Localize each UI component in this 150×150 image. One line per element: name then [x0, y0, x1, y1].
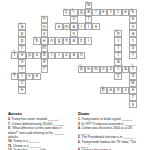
grid-cell[interactable]: a [70, 23, 77, 30]
grid-cell[interactable]: a6 [18, 23, 25, 30]
grid-cell[interactable]: e [100, 9, 107, 16]
grid-cell[interactable]: b [41, 52, 48, 59]
clue-number: 9 [35, 38, 36, 41]
grid-cell[interactable]: n [129, 23, 136, 30]
grid-cell[interactable]: m [63, 23, 70, 30]
grid-cell[interactable]: d11 [78, 66, 85, 73]
grid-cell[interactable]: a [122, 66, 129, 73]
clue-lists: Across 2. Trump has never smoked ______.… [8, 111, 149, 150]
grid-cell[interactable]: l [48, 52, 55, 59]
grid-cell[interactable]: m [41, 45, 48, 52]
grid-cell[interactable]: a [129, 30, 136, 37]
grid-cell[interactable]: u [33, 52, 40, 59]
clue-number: 4 [131, 10, 132, 13]
grid-cell[interactable]: c [18, 80, 25, 87]
grid-cell[interactable]: r [114, 66, 121, 73]
grid-cell[interactable]: s [92, 23, 99, 30]
grid-cell[interactable]: i [85, 37, 92, 44]
grid-cell[interactable]: t [107, 9, 114, 16]
grid-cell[interactable]: e [85, 66, 92, 73]
grid-cell[interactable]: n [114, 87, 121, 94]
grid-cell[interactable]: e [129, 16, 136, 23]
clue-number: 2 [64, 10, 65, 13]
clue-number: 3 [72, 10, 73, 13]
grid-cell[interactable]: i [55, 52, 62, 59]
grid-cell[interactable]: e [129, 87, 136, 94]
grid-cell[interactable]: h [63, 37, 70, 44]
clue-item: 4. Clinton was elected in 2000 as a US _… [78, 126, 141, 134]
clue-number: 5 [42, 17, 43, 20]
grid-cell[interactable]: t [114, 9, 121, 16]
grid-cell[interactable]: c [122, 87, 129, 94]
clue-number: 10 [12, 52, 15, 55]
grid-cell[interactable]: s [129, 101, 136, 108]
grid-cell[interactable]: p [18, 30, 25, 37]
grid-cell[interactable]: c [107, 66, 114, 73]
grid-cell[interactable]: g [78, 9, 85, 16]
grid-cell[interactable]: e [33, 73, 40, 80]
grid-cell[interactable]: e [41, 37, 48, 44]
grid-cell[interactable]: t [129, 37, 136, 44]
grid-cell[interactable]: c2 [63, 9, 70, 16]
grid-cell[interactable]: e [18, 52, 25, 59]
grid-cell[interactable]: r [129, 52, 136, 59]
grid-cell[interactable]: r [18, 45, 25, 52]
grid-cell[interactable]: g [55, 37, 62, 44]
grid-cell[interactable]: p [18, 37, 25, 44]
grid-cell[interactable]: n [18, 59, 25, 66]
clue-item: 9. "What difference at this point does i… [8, 126, 71, 138]
grid-cell[interactable]: e7 [55, 23, 62, 30]
grid-cell[interactable]: i [78, 23, 85, 30]
across-clues: Across 2. Trump has never smoked ______.… [8, 111, 71, 150]
grid-cell[interactable]: e [18, 87, 25, 94]
grid-cell[interactable]: i [18, 73, 25, 80]
grid-cell[interactable]: i3 [70, 9, 77, 16]
grid-cell[interactable]: m [92, 66, 99, 73]
grid-cell[interactable]: o [129, 45, 136, 52]
grid-cell[interactable]: n [48, 37, 55, 44]
clue-item: 7. Clinton deleted nearly 30,000 ______. [8, 122, 71, 126]
grid-cell[interactable]: i [114, 37, 121, 44]
grid-cell[interactable]: o [100, 66, 107, 73]
clue-item: 5. The Presidential election is in _____… [78, 135, 141, 139]
grid-cell[interactable]: f13 [11, 73, 18, 80]
grid-cell[interactable]: a [85, 9, 92, 16]
clue-item: 8. Clinton's first name is ______. [78, 148, 141, 150]
clue-item: 6. Trump made famous the TV show "The __… [78, 140, 141, 148]
clue-item: 13. Trump has ______ kids. [8, 148, 71, 150]
grid-cell[interactable]: w [129, 80, 136, 87]
across-header: Across [8, 111, 71, 116]
grid-cell[interactable]: r [129, 94, 136, 101]
grid-cell[interactable]: a [70, 37, 77, 44]
clue-item: 11. Clinton is a ______. [8, 144, 71, 148]
grid-cell[interactable]: v [41, 30, 48, 37]
grid-cell[interactable]: a [70, 52, 77, 59]
grid-cell[interactable]: t12 [129, 66, 136, 73]
clue-item: 1. Trump wants to build a giant ______. [78, 117, 141, 121]
down-clues: Down 1. Trump wants to build a giant ___… [78, 111, 141, 150]
grid-cell[interactable]: v [70, 16, 77, 23]
grid-cell[interactable]: l [85, 16, 92, 23]
clue-number: 11 [79, 66, 82, 69]
grid-cell[interactable]: h8 [114, 30, 121, 37]
clue-number: 12 [131, 66, 134, 69]
grid-cell[interactable]: o [129, 73, 136, 80]
clue-number: 6 [20, 24, 21, 27]
grid-cell[interactable]: c [63, 52, 70, 59]
clue-number: 7 [57, 24, 58, 27]
crossword-board: w1c2i3garettes4n5vlea6oe7mailsnpvnh8apb9… [11, 2, 137, 108]
grid-cell[interactable]: e [107, 87, 114, 94]
clue-number: 1 [86, 3, 87, 6]
down-header: Down [78, 111, 141, 116]
grid-cell[interactable]: w1 [85, 2, 92, 9]
grid-cell[interactable]: l [85, 23, 92, 30]
grid-cell[interactable]: r10 [11, 52, 18, 59]
grid-cell[interactable]: a [114, 59, 121, 66]
clue-number: 14 [101, 88, 104, 91]
grid-cell[interactable]: o [41, 23, 48, 30]
grid-cell[interactable]: b9 [33, 37, 40, 44]
grid-cell[interactable]: p14 [100, 87, 107, 94]
grid-cell[interactable]: e [122, 9, 129, 16]
clue-item: 10. Trump is a ______. [8, 139, 71, 143]
grid-cell[interactable]: r [41, 66, 48, 73]
grid-cell[interactable]: z [78, 37, 85, 44]
grid-cell[interactable]: y [114, 73, 121, 80]
grid-cell[interactable]: s4 [129, 9, 136, 16]
grid-cell[interactable]: e [41, 59, 48, 66]
grid-cell[interactable]: v [26, 73, 33, 80]
clue-number: 13 [12, 74, 15, 77]
clue-item: 3. In 1977 Trump was married to ______. [78, 122, 141, 126]
grid-cell[interactable]: t [18, 66, 25, 73]
grid-cell[interactable]: n [78, 52, 85, 59]
grid-cell[interactable]: l [114, 52, 121, 59]
clue-item: 2. Trump has never smoked ______. [8, 117, 71, 121]
grid-cell[interactable]: l [114, 45, 121, 52]
clue-number: 8 [116, 31, 117, 34]
grid-cell[interactable]: p [26, 52, 33, 59]
grid-cell[interactable]: n5 [41, 16, 48, 23]
grid-cell[interactable]: r [92, 9, 99, 16]
grid-cell[interactable]: n [70, 30, 77, 37]
